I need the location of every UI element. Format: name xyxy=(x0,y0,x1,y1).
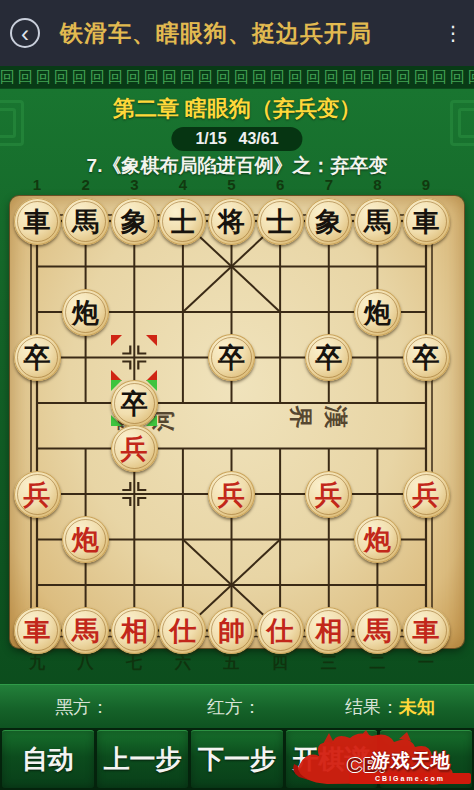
status-bar: 黑方： 红方： 结果：未知 xyxy=(0,684,474,729)
file-label: 五 xyxy=(222,653,242,674)
file-label: 1 xyxy=(27,176,47,193)
piece-black-士[interactable]: 士 xyxy=(257,198,304,245)
control-bar: 自动上一步下一步开棋谱 xyxy=(0,728,474,790)
chapter-title: 第二章 瞎眼狗（弃兵变） xyxy=(0,94,474,124)
piece-red-炮[interactable]: 炮 xyxy=(354,516,401,563)
piece-black-士[interactable]: 士 xyxy=(159,198,206,245)
prev-move-button[interactable]: 上一步 xyxy=(97,730,189,788)
piece-glyph: 炮 xyxy=(364,526,391,553)
piece-glyph: 士 xyxy=(169,208,196,235)
piece-glyph: 仕 xyxy=(169,617,196,644)
file-label: 七 xyxy=(124,653,144,674)
frieze-pattern: 回回回回回回回回回回回回回回回回回回回回回回回回回回回回回回回回回回回回回回回回 xyxy=(0,66,474,89)
auto-button[interactable]: 自动 xyxy=(2,730,94,788)
top-bar: ‹ 铁滑车、瞎眼狗、挺边兵开局 ⋮ xyxy=(0,0,474,66)
piece-black-炮[interactable]: 炮 xyxy=(62,289,109,336)
piece-black-車[interactable]: 車 xyxy=(14,198,61,245)
file-label: 6 xyxy=(270,176,290,193)
piece-glyph: 馬 xyxy=(364,617,391,644)
move-origin-marker xyxy=(111,335,157,381)
piece-red-仕[interactable]: 仕 xyxy=(257,607,304,654)
piece-glyph: 兵 xyxy=(24,481,51,508)
piece-red-馬[interactable]: 馬 xyxy=(354,607,401,654)
piece-black-卒[interactable]: 卒 xyxy=(403,334,450,381)
piece-black-卒[interactable]: 卒 xyxy=(14,334,61,381)
piece-red-兵[interactable]: 兵 xyxy=(14,471,61,518)
piece-black-卒[interactable]: 卒 xyxy=(305,334,352,381)
corner-bracket xyxy=(146,370,157,381)
piece-glyph: 炮 xyxy=(72,526,99,553)
piece-glyph: 馬 xyxy=(72,617,99,644)
piece-black-卒[interactable]: 卒 xyxy=(111,380,158,427)
kebab-menu-icon: ⋮ xyxy=(443,22,463,44)
next-move-button[interactable]: 下一步 xyxy=(191,730,283,788)
river-char: 漢 xyxy=(323,404,349,430)
piece-black-象[interactable]: 象 xyxy=(305,198,352,245)
piece-glyph: 兵 xyxy=(315,481,342,508)
piece-glyph: 卒 xyxy=(218,344,245,371)
piece-red-相[interactable]: 相 xyxy=(111,607,158,654)
file-label: 2 xyxy=(76,176,96,193)
file-label: 5 xyxy=(222,176,242,193)
piece-glyph: 卒 xyxy=(315,344,342,371)
piece-red-帥[interactable]: 帥 xyxy=(208,607,255,654)
open-book-button[interactable]: 开棋谱 xyxy=(286,730,378,788)
piece-glyph: 卒 xyxy=(121,390,148,417)
menu-button[interactable]: ⋮ xyxy=(442,20,464,46)
piece-glyph: 卒 xyxy=(413,344,440,371)
piece-glyph: 車 xyxy=(413,617,440,644)
piece-glyph: 炮 xyxy=(72,299,99,326)
piece-glyph: 相 xyxy=(315,617,342,644)
app-screen: ‹ 铁滑车、瞎眼狗、挺边兵开局 ⋮ 回回回回回回回回回回回回回回回回回回回回回回… xyxy=(0,0,474,790)
file-label: 三 xyxy=(319,653,339,674)
river-char: 界 xyxy=(288,404,314,430)
file-label: 二 xyxy=(367,653,387,674)
file-label: 3 xyxy=(124,176,144,193)
piece-glyph: 象 xyxy=(121,208,148,235)
black-player-label: 黑方： xyxy=(55,685,109,729)
corner-bracket xyxy=(146,335,157,346)
xiangqi-board[interactable]: 楚 河 界 漢 車馬象士将士象馬車炮炮卒卒卒卒卒兵兵兵兵兵炮炮車馬相仕帥仕相馬車 xyxy=(10,196,464,648)
red-player-label: 红方： xyxy=(207,685,261,729)
piece-red-相[interactable]: 相 xyxy=(305,607,352,654)
piece-glyph: 馬 xyxy=(364,208,391,235)
piece-red-兵[interactable]: 兵 xyxy=(403,471,450,518)
piece-glyph: 馬 xyxy=(72,208,99,235)
piece-glyph: 将 xyxy=(218,208,245,235)
piece-black-馬[interactable]: 馬 xyxy=(62,198,109,245)
piece-red-車[interactable]: 車 xyxy=(403,607,450,654)
file-label: 8 xyxy=(367,176,387,193)
piece-red-兵[interactable]: 兵 xyxy=(305,471,352,518)
corner-bracket xyxy=(111,370,122,381)
piece-black-象[interactable]: 象 xyxy=(111,198,158,245)
file-label: 7 xyxy=(319,176,339,193)
file-labels-bottom: 九八七六五四三二一 xyxy=(10,653,464,673)
piece-glyph: 卒 xyxy=(24,344,51,371)
board-grid xyxy=(10,196,464,648)
piece-glyph: 車 xyxy=(24,208,51,235)
obscured-button[interactable] xyxy=(380,730,472,788)
meander-ornament: 回回回回回回回回回回回回回回回回回回回回回回回回回回回回回回回回回回回回回回回回 xyxy=(0,68,474,85)
piece-red-兵[interactable]: 兵 xyxy=(208,471,255,518)
file-labels-top: 123456789 xyxy=(10,176,464,196)
piece-black-将[interactable]: 将 xyxy=(208,198,255,245)
piece-glyph: 兵 xyxy=(413,481,440,508)
piece-glyph: 車 xyxy=(413,208,440,235)
file-label: 4 xyxy=(173,176,193,193)
piece-glyph: 車 xyxy=(24,617,51,644)
piece-glyph: 炮 xyxy=(364,299,391,326)
result-value: 未知 xyxy=(399,697,435,717)
piece-red-兵[interactable]: 兵 xyxy=(111,425,158,472)
file-label: 9 xyxy=(416,176,436,193)
back-icon: ‹ xyxy=(21,20,29,47)
piece-black-馬[interactable]: 馬 xyxy=(354,198,401,245)
piece-glyph: 象 xyxy=(315,208,342,235)
piece-glyph: 士 xyxy=(267,208,294,235)
file-label: 四 xyxy=(270,653,290,674)
file-label: 六 xyxy=(173,653,193,674)
piece-black-車[interactable]: 車 xyxy=(403,198,450,245)
piece-glyph: 帥 xyxy=(218,617,245,644)
file-label: 一 xyxy=(416,653,436,674)
piece-glyph: 仕 xyxy=(267,617,294,644)
page-title: 铁滑车、瞎眼狗、挺边兵开局 xyxy=(60,0,372,66)
progress-pill: 1/1543/61 xyxy=(171,127,302,151)
piece-red-車[interactable]: 車 xyxy=(14,607,61,654)
piece-glyph: 兵 xyxy=(218,481,245,508)
progress-current: 1/15 xyxy=(195,130,226,147)
back-button[interactable]: ‹ xyxy=(10,18,40,48)
result-label: 结果：未知 xyxy=(345,685,435,729)
piece-glyph: 相 xyxy=(121,617,148,644)
progress-total: 43/61 xyxy=(239,130,279,147)
piece-glyph: 兵 xyxy=(121,435,148,462)
piece-red-馬[interactable]: 馬 xyxy=(62,607,109,654)
file-label: 八 xyxy=(76,653,96,674)
piece-black-卒[interactable]: 卒 xyxy=(208,334,255,381)
file-label: 九 xyxy=(27,653,47,674)
piece-black-炮[interactable]: 炮 xyxy=(354,289,401,336)
corner-bracket xyxy=(111,335,122,346)
piece-red-炮[interactable]: 炮 xyxy=(62,516,109,563)
